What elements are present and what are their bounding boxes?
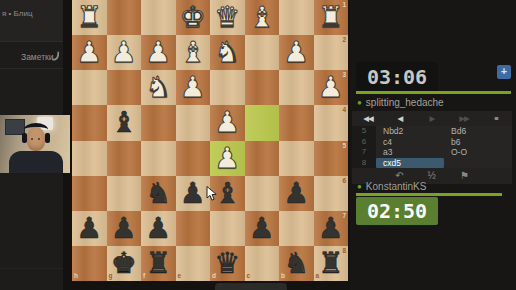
square-e2[interactable]: ♝ — [176, 35, 211, 70]
square-h4[interactable] — [72, 105, 107, 140]
square-g7[interactable]: ♟ — [107, 211, 142, 246]
piece-black-pawn[interactable]: ♟ — [245, 211, 280, 246]
move-row: 5Nbd2Bd6 — [352, 126, 512, 137]
piece-white-rook[interactable]: ♜ — [72, 0, 107, 35]
headphone-cup-icon — [45, 133, 50, 143]
white-clock: 03:06 — [356, 62, 438, 92]
square-f5[interactable] — [141, 141, 176, 176]
mouse-cursor-icon — [206, 186, 218, 202]
file-label: a — [316, 273, 320, 280]
divider — [0, 68, 63, 69]
game-info-panel: я • Блиц — [0, 0, 63, 42]
file-label: h — [74, 273, 78, 280]
time-bar-top — [356, 91, 511, 94]
piece-black-bishop[interactable]: ♝ — [107, 105, 142, 140]
piece-white-king[interactable]: ♚ — [176, 0, 211, 35]
headphone-cup-icon — [22, 133, 27, 143]
notes-icon — [51, 51, 59, 62]
move-number: 7 — [352, 147, 376, 158]
square-e6[interactable]: ♟ — [176, 176, 211, 211]
file-label: f — [143, 273, 145, 280]
move-number: 5 — [352, 126, 376, 137]
player-bottom[interactable]: ●KonstantinKS — [357, 181, 426, 193]
piece-white-pawn[interactable]: ♟ — [210, 141, 245, 176]
square-f2[interactable]: ♟ — [141, 35, 176, 70]
divider — [0, 268, 63, 269]
rank-label: 3 — [342, 72, 346, 79]
square-b6[interactable]: ♟ — [279, 176, 314, 211]
piece-white-knight[interactable]: ♞ — [210, 35, 245, 70]
move-cell[interactable]: Nbd2 — [376, 126, 444, 137]
square-a4[interactable]: 4 — [314, 105, 349, 140]
square-e5[interactable] — [176, 141, 211, 176]
square-c7[interactable]: ♟ — [245, 211, 280, 246]
rank-label: 5 — [342, 143, 346, 150]
square-b4[interactable] — [279, 105, 314, 140]
player-top-name: splitting_hedache — [366, 97, 444, 108]
square-f7[interactable]: ♟ — [141, 211, 176, 246]
rank-label: 6 — [342, 178, 346, 185]
file-label: c — [247, 273, 251, 280]
piece-white-bishop[interactable]: ♝ — [245, 0, 280, 35]
piece-black-pawn[interactable]: ♟ — [141, 211, 176, 246]
notes-label: Заметки — [21, 52, 54, 62]
square-b5[interactable] — [279, 141, 314, 176]
square-d3[interactable] — [210, 70, 245, 105]
eye — [38, 138, 40, 140]
piece-black-pawn[interactable]: ♟ — [279, 176, 314, 211]
square-c3[interactable] — [245, 70, 280, 105]
piece-white-knight[interactable]: ♞ — [141, 70, 176, 105]
square-d2[interactable]: ♞ — [210, 35, 245, 70]
rank-label: 4 — [342, 107, 346, 114]
black-clock-active: 02:50 — [356, 197, 438, 225]
square-c5[interactable] — [245, 141, 280, 176]
square-h3[interactable] — [72, 70, 107, 105]
move-cell[interactable]: a3 — [376, 147, 444, 158]
move-cell[interactable]: b6 — [444, 137, 512, 148]
piece-white-pawn[interactable]: ♟ — [107, 35, 142, 70]
square-e4[interactable] — [176, 105, 211, 140]
square-g5[interactable] — [107, 141, 142, 176]
square-b7[interactable] — [279, 211, 314, 246]
notes-tab[interactable]: Заметки — [0, 46, 63, 68]
square-e1[interactable]: ♚ — [176, 0, 211, 35]
give-time-button[interactable]: + — [497, 65, 511, 79]
square-b8[interactable]: ♞b — [279, 246, 314, 281]
square-g1[interactable] — [107, 0, 142, 35]
player-top[interactable]: ●splitting_hedache — [357, 97, 444, 109]
square-d7[interactable] — [210, 211, 245, 246]
square-c2[interactable] — [245, 35, 280, 70]
file-label: b — [281, 273, 285, 280]
square-c1[interactable]: ♝ — [245, 0, 280, 35]
move-row: 7a3O-O — [352, 147, 512, 158]
piece-white-pawn[interactable]: ♟ — [176, 70, 211, 105]
square-b3[interactable] — [279, 70, 314, 105]
square-f8[interactable]: ♜f — [141, 246, 176, 281]
time-bar-bottom — [356, 193, 502, 196]
piece-white-bishop[interactable]: ♝ — [176, 35, 211, 70]
move-row: 8cxd5 — [352, 158, 512, 169]
player-bottom-name: KonstantinKS — [366, 181, 427, 192]
square-a7[interactable]: ♟7 — [314, 211, 349, 246]
streamer-torso — [9, 151, 63, 173]
piece-white-pawn[interactable]: ♟ — [279, 35, 314, 70]
offer-draw-button[interactable]: ½ — [428, 168, 436, 184]
file-label: d — [212, 273, 216, 280]
file-label: e — [178, 273, 182, 280]
piece-black-knight[interactable]: ♞ — [141, 176, 176, 211]
piece-white-queen[interactable]: ♛ — [210, 0, 245, 35]
piece-black-pawn[interactable]: ♟ — [72, 211, 107, 246]
square-a3[interactable]: ♟3 — [314, 70, 349, 105]
game-info-text: я • Блиц — [2, 9, 32, 18]
square-e8[interactable]: e — [176, 246, 211, 281]
square-d4[interactable]: ♟ — [210, 105, 245, 140]
square-d5[interactable]: ♟ — [210, 141, 245, 176]
nav-last-button[interactable]: ▶▶ — [448, 111, 480, 126]
nav-next-button[interactable]: ▶ — [416, 111, 448, 126]
square-e7[interactable] — [176, 211, 211, 246]
file-label: g — [109, 273, 113, 280]
square-c6[interactable] — [245, 176, 280, 211]
square-g8[interactable]: ♚g — [107, 246, 142, 281]
move-cell[interactable]: Bd6 — [444, 126, 512, 137]
square-g2[interactable]: ♟ — [107, 35, 142, 70]
square-h5[interactable] — [72, 141, 107, 176]
move-number: 6 — [352, 137, 376, 148]
square-d8[interactable]: ♛d — [210, 246, 245, 281]
square-d1[interactable]: ♛ — [210, 0, 245, 35]
input-stub[interactable] — [215, 283, 287, 290]
move-cell[interactable]: O-O — [444, 147, 512, 158]
square-h6[interactable] — [72, 176, 107, 211]
square-h1[interactable]: ♜ — [72, 0, 107, 35]
online-dot-icon: ● — [357, 182, 362, 191]
square-b1[interactable] — [279, 0, 314, 35]
move-cell-current[interactable]: cxd5 — [376, 158, 444, 169]
square-b2[interactable]: ♟ — [279, 35, 314, 70]
square-a5[interactable]: 5 — [314, 141, 349, 176]
square-g3[interactable] — [107, 70, 142, 105]
chess-stream-overlay: я • Блиц Заметки ♜♚♛♝♜1♟♟♟♝♞♟2♞♟♟3♝♟4♟5♞… — [0, 0, 516, 290]
piece-black-rook[interactable]: ♜ — [141, 246, 176, 281]
rank-label: 1 — [342, 2, 346, 9]
square-a2[interactable]: 2 — [314, 35, 349, 70]
move-row: 6c4b6 — [352, 137, 512, 148]
eye — [31, 138, 33, 140]
move-cell[interactable] — [444, 158, 512, 169]
move-list: ◀◀◀▶▶▶≡ 5Nbd2Bd66c4b67a3O-O8cxd5 ↶½⚑ — [352, 111, 512, 184]
game-panel: 03:06 + ●splitting_hedache ◀◀◀▶▶▶≡ 5Nbd2… — [350, 0, 516, 290]
square-a1[interactable]: ♜1 — [314, 0, 349, 35]
square-e3[interactable]: ♟ — [176, 70, 211, 105]
rank-label: 8 — [342, 248, 346, 255]
rank-label: 2 — [342, 37, 346, 44]
piece-black-pawn[interactable]: ♟ — [176, 176, 211, 211]
piece-white-pawn[interactable]: ♟ — [72, 35, 107, 70]
square-g6[interactable] — [107, 176, 142, 211]
chess-board[interactable]: ♜♚♛♝♜1♟♟♟♝♞♟2♞♟♟3♝♟4♟5♞♟♝♟6♟♟♟♟♟7h♚g♜fe♛… — [72, 0, 348, 281]
square-f6[interactable]: ♞ — [141, 176, 176, 211]
resign-button[interactable]: ⚑ — [460, 168, 469, 184]
piece-white-pawn[interactable]: ♟ — [210, 105, 245, 140]
square-f4[interactable] — [141, 105, 176, 140]
move-number: 8 — [352, 158, 376, 169]
rank-label: 7 — [342, 213, 346, 220]
square-a8[interactable]: ♜8a — [314, 246, 349, 281]
piece-white-pawn[interactable]: ♟ — [141, 35, 176, 70]
move-nav: ◀◀◀▶▶▶≡ — [352, 111, 512, 126]
square-a6[interactable]: 6 — [314, 176, 349, 211]
square-h2[interactable]: ♟ — [72, 35, 107, 70]
piece-black-pawn[interactable]: ♟ — [107, 211, 142, 246]
square-c8[interactable]: c — [245, 246, 280, 281]
nav-menu-button[interactable]: ≡ — [480, 111, 512, 126]
square-h7[interactable]: ♟ — [72, 211, 107, 246]
webcam-feed — [0, 115, 70, 173]
square-f1[interactable] — [141, 0, 176, 35]
square-h8[interactable]: h — [72, 246, 107, 281]
move-cell[interactable]: c4 — [376, 137, 444, 148]
nav-previous-button[interactable]: ◀ — [384, 111, 416, 126]
square-f3[interactable]: ♞ — [141, 70, 176, 105]
square-c4[interactable] — [245, 105, 280, 140]
move-rows: 5Nbd2Bd66c4b67a3O-O8cxd5 — [352, 126, 512, 168]
nav-first-button[interactable]: ◀◀ — [352, 111, 384, 126]
square-g4[interactable]: ♝ — [107, 105, 142, 140]
online-dot-icon: ● — [357, 98, 362, 107]
